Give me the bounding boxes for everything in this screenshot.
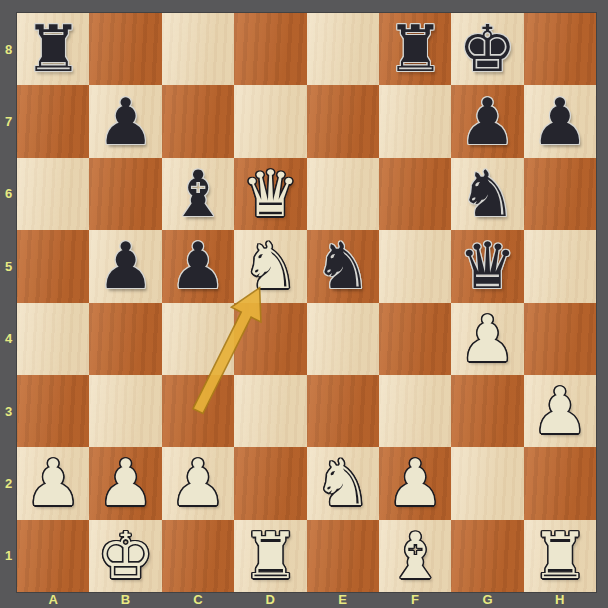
- square-e1[interactable]: [307, 520, 379, 592]
- square-h5[interactable]: [524, 230, 596, 302]
- rank-label-7: 7: [0, 85, 17, 157]
- square-g2[interactable]: [451, 447, 523, 519]
- square-f3[interactable]: [379, 375, 451, 447]
- square-d8[interactable]: [234, 13, 306, 85]
- square-g5[interactable]: ♛: [451, 230, 523, 302]
- square-e7[interactable]: [307, 85, 379, 157]
- square-c5[interactable]: ♟: [162, 230, 234, 302]
- square-d4[interactable]: [234, 303, 306, 375]
- piece-black-queen-g5[interactable]: ♛: [459, 230, 516, 302]
- square-c6[interactable]: ♝: [162, 158, 234, 230]
- square-f2[interactable]: ♟: [379, 447, 451, 519]
- square-a1[interactable]: [17, 520, 89, 592]
- square-a6[interactable]: [17, 158, 89, 230]
- square-g8[interactable]: ♚: [451, 13, 523, 85]
- piece-white-pawn-c2[interactable]: ♟: [169, 447, 226, 519]
- square-d3[interactable]: [234, 375, 306, 447]
- file-label-C: C: [162, 591, 234, 608]
- piece-white-rook-d1[interactable]: ♜: [242, 520, 299, 592]
- square-e8[interactable]: [307, 13, 379, 85]
- piece-white-knight-e2[interactable]: ♞: [314, 447, 371, 519]
- square-h6[interactable]: [524, 158, 596, 230]
- piece-white-pawn-b2[interactable]: ♟: [97, 447, 154, 519]
- square-g7[interactable]: ♟: [451, 85, 523, 157]
- file-label-A: A: [17, 591, 89, 608]
- square-b8[interactable]: [89, 13, 161, 85]
- piece-black-pawn-b7[interactable]: ♟: [97, 86, 154, 158]
- square-g3[interactable]: [451, 375, 523, 447]
- square-b4[interactable]: [89, 303, 161, 375]
- square-b5[interactable]: ♟: [89, 230, 161, 302]
- square-h2[interactable]: [524, 447, 596, 519]
- square-d7[interactable]: [234, 85, 306, 157]
- square-f7[interactable]: [379, 85, 451, 157]
- square-e6[interactable]: [307, 158, 379, 230]
- rank-label-1: 1: [0, 520, 17, 592]
- chess-board: ♜♜♚♟♟♟♝♛♞♟♟♞♞♛♟♟♟♟♟♞♟♚♜♝♜: [17, 13, 596, 592]
- square-b1[interactable]: ♚: [89, 520, 161, 592]
- file-label-E: E: [307, 591, 379, 608]
- square-a5[interactable]: [17, 230, 89, 302]
- file-label-H: H: [524, 591, 596, 608]
- square-g4[interactable]: ♟: [451, 303, 523, 375]
- square-a4[interactable]: [17, 303, 89, 375]
- rank-label-3: 3: [0, 375, 17, 447]
- square-c2[interactable]: ♟: [162, 447, 234, 519]
- rank-label-2: 2: [0, 447, 17, 519]
- piece-black-pawn-b5[interactable]: ♟: [97, 230, 154, 302]
- square-a7[interactable]: [17, 85, 89, 157]
- file-label-F: F: [379, 591, 451, 608]
- rank-label-5: 5: [0, 230, 17, 302]
- board-frame: ♜♜♚♟♟♟♝♛♞♟♟♞♞♛♟♟♟♟♟♞♟♚♜♝♜ 87654321 ABCDE…: [0, 0, 608, 608]
- square-f6[interactable]: [379, 158, 451, 230]
- square-c1[interactable]: [162, 520, 234, 592]
- piece-black-rook-a8[interactable]: ♜: [25, 13, 82, 85]
- piece-black-pawn-c5[interactable]: ♟: [169, 230, 226, 302]
- piece-black-pawn-h7[interactable]: ♟: [531, 86, 588, 158]
- square-h3[interactable]: ♟: [524, 375, 596, 447]
- piece-white-king-b1[interactable]: ♚: [97, 520, 154, 592]
- square-h7[interactable]: ♟: [524, 85, 596, 157]
- square-h4[interactable]: [524, 303, 596, 375]
- piece-white-knight-d5[interactable]: ♞: [242, 230, 299, 302]
- square-b6[interactable]: [89, 158, 161, 230]
- square-f5[interactable]: [379, 230, 451, 302]
- piece-white-bishop-f1[interactable]: ♝: [386, 520, 443, 592]
- square-c3[interactable]: [162, 375, 234, 447]
- rank-label-6: 6: [0, 158, 17, 230]
- rank-label-8: 8: [0, 13, 17, 85]
- piece-black-bishop-c6[interactable]: ♝: [169, 158, 226, 230]
- piece-white-pawn-g4[interactable]: ♟: [459, 303, 516, 375]
- square-a8[interactable]: ♜: [17, 13, 89, 85]
- piece-black-rook-f8[interactable]: ♜: [386, 13, 443, 85]
- square-b2[interactable]: ♟: [89, 447, 161, 519]
- square-e3[interactable]: [307, 375, 379, 447]
- rank-label-4: 4: [0, 303, 17, 375]
- chess-app: { "game": "chess", "position": { "fen": …: [0, 0, 608, 608]
- square-d1[interactable]: ♜: [234, 520, 306, 592]
- square-g1[interactable]: [451, 520, 523, 592]
- piece-black-pawn-g7[interactable]: ♟: [459, 86, 516, 158]
- piece-black-king-g8[interactable]: ♚: [459, 13, 516, 85]
- square-e4[interactable]: [307, 303, 379, 375]
- square-h1[interactable]: ♜: [524, 520, 596, 592]
- piece-black-knight-g6[interactable]: ♞: [459, 158, 516, 230]
- piece-white-queen-d6[interactable]: ♛: [242, 158, 299, 230]
- square-a3[interactable]: [17, 375, 89, 447]
- file-label-G: G: [451, 591, 523, 608]
- square-c8[interactable]: [162, 13, 234, 85]
- square-b3[interactable]: [89, 375, 161, 447]
- square-c7[interactable]: [162, 85, 234, 157]
- square-b7[interactable]: ♟: [89, 85, 161, 157]
- piece-white-pawn-f2[interactable]: ♟: [386, 447, 443, 519]
- square-e2[interactable]: ♞: [307, 447, 379, 519]
- piece-white-rook-h1[interactable]: ♜: [531, 520, 588, 592]
- square-e5[interactable]: ♞: [307, 230, 379, 302]
- square-g6[interactable]: ♞: [451, 158, 523, 230]
- piece-white-pawn-h3[interactable]: ♟: [531, 375, 588, 447]
- file-label-D: D: [234, 591, 306, 608]
- square-d6[interactable]: ♛: [234, 158, 306, 230]
- file-label-B: B: [89, 591, 161, 608]
- square-d5[interactable]: ♞: [234, 230, 306, 302]
- piece-white-pawn-a2[interactable]: ♟: [25, 447, 82, 519]
- square-f1[interactable]: ♝: [379, 520, 451, 592]
- square-a2[interactable]: ♟: [17, 447, 89, 519]
- square-f8[interactable]: ♜: [379, 13, 451, 85]
- square-d2[interactable]: [234, 447, 306, 519]
- square-c4[interactable]: [162, 303, 234, 375]
- square-h8[interactable]: [524, 13, 596, 85]
- square-f4[interactable]: [379, 303, 451, 375]
- piece-black-knight-e5[interactable]: ♞: [314, 230, 371, 302]
